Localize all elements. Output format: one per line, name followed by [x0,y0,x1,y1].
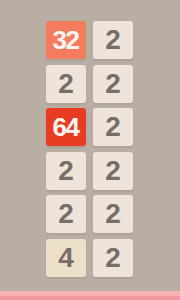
tile-2: 2 [93,108,133,146]
tile-2: 2 [93,195,133,233]
tile-2: 2 [46,195,86,233]
tile-32: 32 [46,21,86,59]
board[interactable]: 32222642222242 [46,21,133,277]
tile-4: 4 [46,239,86,277]
tile-2: 2 [93,65,133,103]
footer-strip [0,291,180,300]
tile-2: 2 [93,239,133,277]
tile-2: 2 [93,21,133,59]
tile-2: 2 [46,152,86,190]
tile-2: 2 [46,65,86,103]
tile-64: 64 [46,108,86,146]
game-screen: 32222642222242 [0,0,180,300]
tile-2: 2 [93,152,133,190]
